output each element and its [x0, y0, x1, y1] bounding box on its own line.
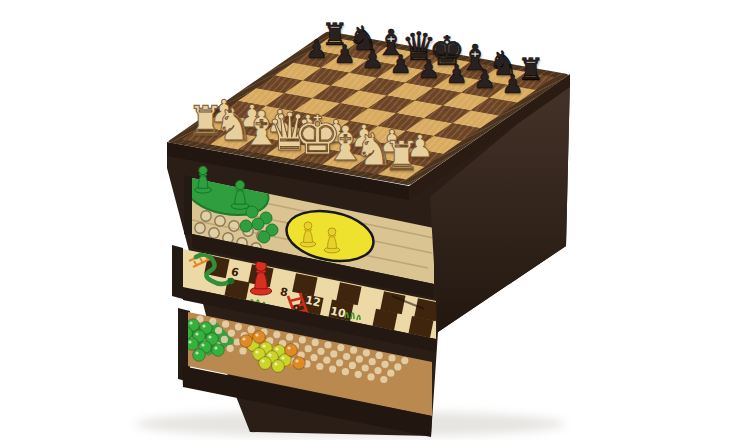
ludo-drawer-left-cap [184, 175, 192, 236]
marble-highlight [201, 343, 204, 346]
marble-highlight [188, 340, 191, 343]
marble-highlight [295, 359, 298, 362]
peg-hole [329, 366, 336, 373]
peg-hole [388, 354, 395, 361]
peg-hole [401, 357, 408, 364]
peg-hole [310, 354, 317, 361]
marble-highlight [195, 351, 198, 354]
peg-hole [356, 356, 363, 363]
peg-hole [349, 362, 356, 369]
marble-highlight [242, 337, 245, 340]
pawn-head [236, 181, 245, 190]
peg-hole [330, 350, 337, 357]
peg-hole [273, 331, 280, 338]
peg-hole [362, 364, 369, 371]
ludo-green-dot [240, 220, 252, 232]
peg-hole [376, 352, 383, 359]
peg-hole [235, 323, 242, 330]
marble-highlight [262, 344, 265, 347]
peg-hole [312, 339, 319, 346]
pawn-head [304, 222, 312, 230]
marble-highlight [189, 321, 192, 324]
marble [259, 357, 272, 370]
marble-highlight [195, 332, 198, 335]
peg-hole [324, 341, 331, 348]
product-photo-games-compendium: 6 8 12 9 10 [0, 0, 750, 440]
marble-highlight [255, 350, 258, 353]
ludo-track-circle [195, 223, 205, 233]
marble-highlight [202, 324, 205, 327]
marble-highlight [261, 359, 264, 362]
marble-highlight [214, 346, 217, 349]
marble [285, 344, 298, 357]
peg-hole [248, 326, 255, 333]
peg-hole [316, 363, 323, 370]
marble [193, 349, 206, 362]
peg-hole [317, 348, 324, 355]
ludo-track-circle [215, 216, 225, 226]
marble-highlight [208, 335, 211, 338]
marble-highlight [275, 347, 278, 350]
marble [272, 360, 285, 373]
peg-hole [336, 359, 343, 366]
peg-hole [387, 370, 394, 377]
peg-hole [350, 347, 357, 354]
pawn-head [199, 166, 207, 174]
peg-hole [221, 336, 228, 343]
snakes-drawer-left-cap [172, 245, 183, 299]
peg-hole [286, 334, 293, 341]
peg-hole [228, 330, 235, 337]
marble-highlight [274, 362, 277, 365]
peg-hole [215, 327, 222, 334]
peg-hole [305, 345, 312, 352]
peg-hole [323, 357, 330, 364]
marble [212, 344, 225, 357]
peg-hole [239, 347, 246, 354]
marble-highlight [287, 346, 290, 349]
peg-hole [299, 336, 306, 343]
marble [240, 335, 253, 348]
marble [253, 331, 266, 344]
marble-highlight [255, 333, 258, 336]
peg-hole [227, 345, 234, 352]
ludo-green-dot [252, 218, 264, 230]
marble [293, 357, 306, 370]
peg-hole [342, 368, 349, 375]
ludo-track-circle [209, 228, 219, 238]
peg-hole [355, 371, 362, 378]
peg-hole [394, 363, 401, 370]
peg-hole [369, 358, 376, 365]
ludo-track-circle [201, 211, 211, 221]
ludo-track-circle [229, 221, 239, 231]
peg-hole [343, 353, 350, 360]
marble-highlight [268, 353, 271, 356]
peg-hole [363, 349, 370, 356]
peg-hole [222, 321, 229, 328]
marble-highlight [281, 356, 284, 359]
peg-hole [381, 361, 388, 368]
pawn-head [328, 228, 336, 236]
peg-hole [380, 376, 387, 383]
peg-hole [337, 344, 344, 351]
peg-hole [374, 367, 381, 374]
ludo-green-dot [258, 231, 270, 243]
peg-hole [367, 373, 374, 380]
